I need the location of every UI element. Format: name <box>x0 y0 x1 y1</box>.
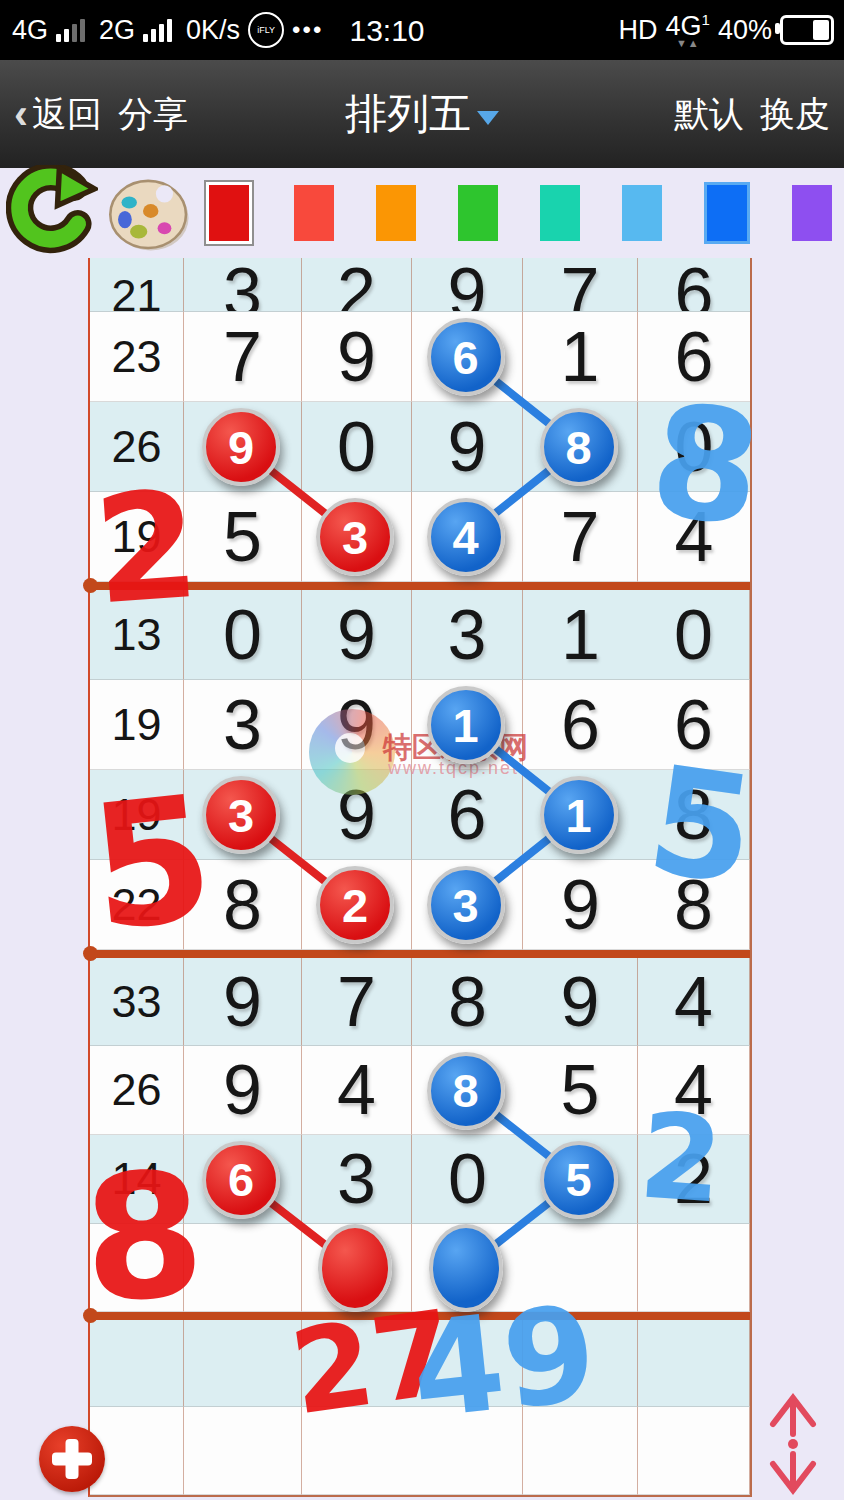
digit-cell-r10-c3[interactable]: 0 <box>412 1135 523 1224</box>
color-swatch-6[interactable] <box>704 182 750 244</box>
digit-cell-r0-c4[interactable]: 7 <box>523 258 638 312</box>
scroll-top-bottom-control[interactable] <box>763 1388 823 1500</box>
hd-indicator: HD <box>619 15 658 46</box>
sum-cell: 23 <box>90 312 184 402</box>
add-button[interactable] <box>39 1426 105 1492</box>
digit-cell-r13-c1[interactable] <box>184 1407 302 1495</box>
digit-cell-r6-c3[interactable]: 6 <box>412 770 523 860</box>
color-swatch-row <box>206 182 832 244</box>
circled-number-red[interactable]: 3 <box>202 776 280 854</box>
digit-cell-r0-c3[interactable]: 9 <box>412 258 523 312</box>
digit-cell-r0-c1[interactable]: 3 <box>184 258 302 312</box>
default-skin-button[interactable]: 默认 <box>674 91 744 138</box>
digit-cell-r1-c1[interactable]: 7 <box>184 312 302 402</box>
hand-drawn-red-5: 5 <box>84 776 220 951</box>
digit-cell-r12-c5[interactable] <box>638 1320 750 1407</box>
circled-number-blue[interactable]: 4 <box>427 498 505 576</box>
digit-cell-r9-c1[interactable]: 9 <box>184 1046 302 1135</box>
digit-cell-r8-c5[interactable]: 4 <box>638 958 750 1046</box>
data-updown-arrows-icon: ▼▲ <box>676 38 700 49</box>
digit-cell-r0-c5[interactable]: 6 <box>638 258 750 312</box>
digit-cell-r8-c2[interactable]: 7 <box>302 958 412 1046</box>
digit-cell-r5-c1[interactable]: 3 <box>184 680 302 770</box>
hand-drawn-blue-5: 5 <box>641 750 763 904</box>
digit-cell-r13-c5[interactable] <box>638 1407 750 1495</box>
sum-cell: 33 <box>90 958 184 1046</box>
change-skin-button[interactable]: 换皮 <box>760 91 830 138</box>
mobile-data-indicator: 4G1 ▼▲ <box>666 12 710 49</box>
digit-cell-r2-c2[interactable]: 0 <box>302 402 412 492</box>
digit-cell-r11-c5[interactable] <box>638 1224 750 1312</box>
color-swatch-1[interactable] <box>294 185 334 241</box>
circled-number-red[interactable]: 3 <box>316 498 394 576</box>
circled-number-red[interactable]: 9 <box>202 408 280 486</box>
digit-cell-r8-c4[interactable]: 9 <box>523 958 638 1046</box>
digit-cell-r2-c3[interactable]: 9 <box>412 402 523 492</box>
circled-number-blue[interactable]: 1 <box>540 776 618 854</box>
digit-cell-r4-c4[interactable]: 1 <box>523 590 638 680</box>
digit-cell-r8-c1[interactable]: 9 <box>184 958 302 1046</box>
circled-number-red[interactable]: 2 <box>316 866 394 944</box>
hand-drawn-blue-8: 8 <box>645 387 768 545</box>
color-swatch-4[interactable] <box>540 185 580 241</box>
hand-drawn-red-8: 8 <box>80 1153 208 1322</box>
hand-drawn-red-2: 2 <box>90 475 203 622</box>
undo-refresh-icon[interactable] <box>6 165 98 261</box>
digit-cell-r9-c2[interactable]: 4 <box>302 1046 412 1135</box>
digit-cell-r3-c4[interactable]: 7 <box>523 492 638 582</box>
digit-cell-r1-c2[interactable]: 9 <box>302 312 412 402</box>
digit-cell-r10-c2[interactable]: 3 <box>302 1135 412 1224</box>
nav-bar: ‹ 返回 分享 排列五 默认 换皮 <box>0 60 844 168</box>
chevron-down-icon <box>477 111 499 125</box>
digit-cell-r0-c2[interactable]: 2 <box>302 258 412 312</box>
digit-cell-r3-c1[interactable]: 5 <box>184 492 302 582</box>
color-swatch-7[interactable] <box>792 185 832 241</box>
digit-cell-r7-c4[interactable]: 9 <box>523 860 638 950</box>
circled-number-blue[interactable]: 8 <box>427 1052 505 1130</box>
sum-cell: 26 <box>90 1046 184 1135</box>
digit-cell-r4-c5[interactable]: 0 <box>638 590 750 680</box>
back-button[interactable]: ‹ 返回 <box>14 90 102 138</box>
battery-icon <box>780 15 834 45</box>
color-swatch-3[interactable] <box>458 185 498 241</box>
circled-number-blue[interactable]: 3 <box>427 866 505 944</box>
digit-cell-r1-c4[interactable]: 1 <box>523 312 638 402</box>
circled-number-red[interactable]: 6 <box>202 1141 280 1219</box>
hand-drawn-blue-2: 2 <box>636 1099 726 1217</box>
digit-cell-r4-c3[interactable]: 3 <box>412 590 523 680</box>
digit-cell-r9-c4[interactable]: 5 <box>523 1046 638 1135</box>
title-dropdown[interactable]: 排列五 <box>345 86 499 142</box>
palette-icon[interactable] <box>106 168 192 258</box>
sum-cell: 19 <box>90 680 184 770</box>
circled-number-blue[interactable]: 5 <box>540 1141 618 1219</box>
digit-cell-r5-c4[interactable]: 6 <box>523 680 638 770</box>
color-swatch-5[interactable] <box>622 185 662 241</box>
color-swatch-0[interactable] <box>206 182 252 244</box>
share-button[interactable]: 分享 <box>118 91 188 138</box>
circled-number-blue[interactable]: 8 <box>540 408 618 486</box>
digit-cell-r8-c3[interactable]: 8 <box>412 958 523 1046</box>
color-swatch-2[interactable] <box>376 185 416 241</box>
sum-cell: 21 <box>90 258 184 312</box>
circled-number-blue[interactable]: 6 <box>427 318 505 396</box>
status-bar: 4G 2G 0K/s iFLY ••• 13:10 HD 4G1 ▼▲ 40% <box>0 0 844 60</box>
digit-cell-r4-c2[interactable]: 9 <box>302 590 412 680</box>
battery-percent: 40% <box>718 15 772 46</box>
back-chevron-icon: ‹ <box>14 90 28 138</box>
drawing-toolbar <box>0 168 844 258</box>
app-page: 4G 2G 0K/s iFLY ••• 13:10 HD 4G1 ▼▲ 40% … <box>0 0 844 1500</box>
circled-number-blue[interactable]: 1 <box>427 686 505 764</box>
hand-drawn-blue-49: 49 <box>406 1291 602 1435</box>
